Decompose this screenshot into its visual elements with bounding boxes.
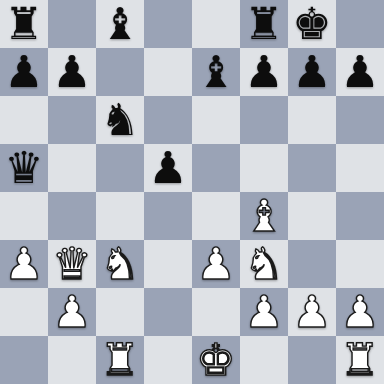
- square-c3[interactable]: ♞: [96, 240, 144, 288]
- square-h8[interactable]: [336, 0, 384, 48]
- black-rook-f8[interactable]: ♜: [244, 0, 283, 48]
- square-g8[interactable]: ♚: [288, 0, 336, 48]
- square-a5[interactable]: ♛: [0, 144, 48, 192]
- white-bishop-f4[interactable]: ♝: [244, 192, 283, 240]
- square-b8[interactable]: [48, 0, 96, 48]
- white-knight-f3[interactable]: ♞: [244, 240, 283, 288]
- square-h3[interactable]: [336, 240, 384, 288]
- square-c1[interactable]: ♜: [96, 336, 144, 384]
- square-a4[interactable]: [0, 192, 48, 240]
- square-e7[interactable]: ♝: [192, 48, 240, 96]
- square-a1[interactable]: [0, 336, 48, 384]
- white-pawn-a3[interactable]: ♟: [4, 240, 43, 288]
- square-b1[interactable]: [48, 336, 96, 384]
- square-d3[interactable]: [144, 240, 192, 288]
- square-g4[interactable]: [288, 192, 336, 240]
- square-f4[interactable]: ♝: [240, 192, 288, 240]
- black-queen-a5[interactable]: ♛: [4, 144, 43, 192]
- square-g2[interactable]: ♟: [288, 288, 336, 336]
- square-d5[interactable]: ♟: [144, 144, 192, 192]
- square-f1[interactable]: [240, 336, 288, 384]
- square-h7[interactable]: ♟: [336, 48, 384, 96]
- square-a7[interactable]: ♟: [0, 48, 48, 96]
- square-d4[interactable]: [144, 192, 192, 240]
- square-c6[interactable]: ♞: [96, 96, 144, 144]
- square-f8[interactable]: ♜: [240, 0, 288, 48]
- black-pawn-a7[interactable]: ♟: [4, 48, 43, 96]
- white-queen-b3[interactable]: ♛: [52, 240, 91, 288]
- white-pawn-f2[interactable]: ♟: [244, 288, 283, 336]
- square-d7[interactable]: [144, 48, 192, 96]
- square-e6[interactable]: [192, 96, 240, 144]
- square-b6[interactable]: [48, 96, 96, 144]
- white-pawn-e3[interactable]: ♟: [196, 240, 235, 288]
- black-bishop-e7[interactable]: ♝: [196, 48, 235, 96]
- square-b7[interactable]: ♟: [48, 48, 96, 96]
- square-e3[interactable]: ♟: [192, 240, 240, 288]
- square-g7[interactable]: ♟: [288, 48, 336, 96]
- black-king-g8[interactable]: ♚: [292, 0, 331, 48]
- square-h4[interactable]: [336, 192, 384, 240]
- square-c4[interactable]: [96, 192, 144, 240]
- black-pawn-b7[interactable]: ♟: [52, 48, 91, 96]
- square-d8[interactable]: [144, 0, 192, 48]
- square-a2[interactable]: [0, 288, 48, 336]
- square-g6[interactable]: [288, 96, 336, 144]
- square-c5[interactable]: [96, 144, 144, 192]
- white-rook-c1[interactable]: ♜: [100, 336, 139, 384]
- square-d2[interactable]: [144, 288, 192, 336]
- square-c8[interactable]: ♝: [96, 0, 144, 48]
- square-f5[interactable]: [240, 144, 288, 192]
- square-h1[interactable]: ♜: [336, 336, 384, 384]
- black-bishop-c8[interactable]: ♝: [100, 0, 139, 48]
- white-pawn-b2[interactable]: ♟: [52, 288, 91, 336]
- white-pawn-g2[interactable]: ♟: [292, 288, 331, 336]
- chess-board: ♜♝♜♚♟♟♝♟♟♟♞♛♟♝♟♛♞♟♞♟♟♟♟♜♚♜: [0, 0, 384, 384]
- black-rook-a8[interactable]: ♜: [4, 0, 43, 48]
- square-g5[interactable]: [288, 144, 336, 192]
- square-c2[interactable]: [96, 288, 144, 336]
- square-g3[interactable]: [288, 240, 336, 288]
- square-h2[interactable]: ♟: [336, 288, 384, 336]
- square-d1[interactable]: [144, 336, 192, 384]
- square-a3[interactable]: ♟: [0, 240, 48, 288]
- square-f7[interactable]: ♟: [240, 48, 288, 96]
- square-d6[interactable]: [144, 96, 192, 144]
- black-knight-c6[interactable]: ♞: [100, 96, 139, 144]
- square-b4[interactable]: [48, 192, 96, 240]
- black-pawn-g7[interactable]: ♟: [292, 48, 331, 96]
- square-a8[interactable]: ♜: [0, 0, 48, 48]
- square-c7[interactable]: [96, 48, 144, 96]
- square-b3[interactable]: ♛: [48, 240, 96, 288]
- square-e5[interactable]: [192, 144, 240, 192]
- white-pawn-h2[interactable]: ♟: [340, 288, 379, 336]
- white-knight-c3[interactable]: ♞: [100, 240, 139, 288]
- square-e1[interactable]: ♚: [192, 336, 240, 384]
- black-pawn-d5[interactable]: ♟: [148, 144, 187, 192]
- square-e8[interactable]: [192, 0, 240, 48]
- square-h6[interactable]: [336, 96, 384, 144]
- square-f6[interactable]: [240, 96, 288, 144]
- square-e4[interactable]: [192, 192, 240, 240]
- square-f3[interactable]: ♞: [240, 240, 288, 288]
- white-rook-h1[interactable]: ♜: [340, 336, 379, 384]
- square-g1[interactable]: [288, 336, 336, 384]
- white-king-e1[interactable]: ♚: [196, 336, 235, 384]
- black-pawn-f7[interactable]: ♟: [244, 48, 283, 96]
- square-a6[interactable]: [0, 96, 48, 144]
- square-h5[interactable]: [336, 144, 384, 192]
- square-b2[interactable]: ♟: [48, 288, 96, 336]
- square-f2[interactable]: ♟: [240, 288, 288, 336]
- square-e2[interactable]: [192, 288, 240, 336]
- black-pawn-h7[interactable]: ♟: [340, 48, 379, 96]
- square-b5[interactable]: [48, 144, 96, 192]
